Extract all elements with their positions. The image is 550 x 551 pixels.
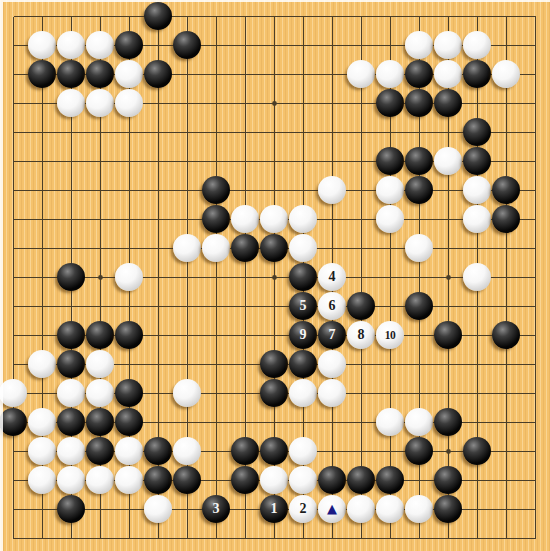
board-intersection[interactable]: 2 <box>289 495 318 524</box>
board-intersection[interactable] <box>202 2 231 31</box>
board-intersection[interactable] <box>318 31 347 60</box>
board-intersection[interactable] <box>260 437 289 466</box>
board-intersection[interactable] <box>260 263 289 292</box>
board-intersection[interactable] <box>28 379 57 408</box>
board-intersection[interactable]: 1 <box>260 495 289 524</box>
board-intersection[interactable]: 7 <box>318 321 347 350</box>
board-intersection[interactable] <box>289 205 318 234</box>
board-intersection[interactable] <box>144 205 173 234</box>
board-intersection[interactable] <box>231 292 260 321</box>
board-intersection[interactable] <box>463 118 492 147</box>
board-intersection[interactable] <box>115 60 144 89</box>
board-intersection[interactable] <box>521 2 550 31</box>
board-intersection[interactable] <box>434 495 463 524</box>
board-intersection[interactable]: ▲ <box>318 495 347 524</box>
board-intersection[interactable] <box>57 321 86 350</box>
board-intersection[interactable] <box>521 60 550 89</box>
board-intersection[interactable] <box>202 437 231 466</box>
board-intersection[interactable] <box>376 379 405 408</box>
board-intersection[interactable] <box>173 60 202 89</box>
board-intersection[interactable] <box>347 60 376 89</box>
board-intersection[interactable] <box>521 118 550 147</box>
board-intersection[interactable] <box>57 292 86 321</box>
board-intersection[interactable] <box>492 263 521 292</box>
board-intersection[interactable] <box>376 466 405 495</box>
board-intersection[interactable] <box>492 205 521 234</box>
board-intersection[interactable] <box>434 176 463 205</box>
board-intersection[interactable] <box>202 466 231 495</box>
board-intersection[interactable] <box>260 234 289 263</box>
board-intersection[interactable] <box>405 524 434 551</box>
board-intersection[interactable] <box>115 263 144 292</box>
board-intersection[interactable] <box>289 234 318 263</box>
board-intersection[interactable] <box>86 408 115 437</box>
board-intersection[interactable] <box>144 263 173 292</box>
board-intersection[interactable] <box>405 89 434 118</box>
board-intersection[interactable] <box>144 350 173 379</box>
board-intersection[interactable] <box>260 176 289 205</box>
board-intersection[interactable] <box>115 118 144 147</box>
board-intersection[interactable] <box>57 350 86 379</box>
board-intersection[interactable] <box>492 147 521 176</box>
board-intersection[interactable] <box>434 118 463 147</box>
board-intersection[interactable] <box>202 321 231 350</box>
board-intersection[interactable] <box>463 89 492 118</box>
board-intersection[interactable] <box>57 408 86 437</box>
board-intersection[interactable] <box>231 379 260 408</box>
board-intersection[interactable] <box>347 466 376 495</box>
board-intersection[interactable] <box>86 176 115 205</box>
board-intersection[interactable] <box>347 379 376 408</box>
board-intersection[interactable] <box>0 292 28 321</box>
board-intersection[interactable] <box>173 408 202 437</box>
board-intersection[interactable] <box>289 147 318 176</box>
board-intersection[interactable] <box>318 89 347 118</box>
board-intersection[interactable] <box>492 60 521 89</box>
board-intersection[interactable] <box>144 176 173 205</box>
board-intersection[interactable] <box>318 205 347 234</box>
board-intersection[interactable] <box>463 524 492 551</box>
board-intersection[interactable] <box>376 408 405 437</box>
board-intersection[interactable] <box>463 147 492 176</box>
board-intersection[interactable] <box>173 118 202 147</box>
board-intersection[interactable] <box>521 234 550 263</box>
board-intersection[interactable] <box>405 408 434 437</box>
board-intersection[interactable] <box>492 379 521 408</box>
board-intersection[interactable] <box>86 2 115 31</box>
board-intersection[interactable] <box>115 437 144 466</box>
board-intersection[interactable] <box>289 263 318 292</box>
board-intersection[interactable] <box>405 2 434 31</box>
board-intersection[interactable] <box>434 60 463 89</box>
board-intersection[interactable] <box>347 350 376 379</box>
board-intersection[interactable] <box>202 263 231 292</box>
board-intersection[interactable] <box>260 147 289 176</box>
board-intersection[interactable] <box>434 234 463 263</box>
board-intersection[interactable] <box>173 379 202 408</box>
board-intersection[interactable] <box>289 60 318 89</box>
board-intersection[interactable] <box>260 350 289 379</box>
board-intersection[interactable] <box>173 524 202 551</box>
board-intersection[interactable] <box>202 89 231 118</box>
board-intersection[interactable] <box>86 466 115 495</box>
board-intersection[interactable] <box>434 2 463 31</box>
board-intersection[interactable] <box>376 147 405 176</box>
board-intersection[interactable] <box>521 495 550 524</box>
board-intersection[interactable] <box>492 495 521 524</box>
board-intersection[interactable] <box>463 408 492 437</box>
board-intersection[interactable] <box>57 60 86 89</box>
board-intersection[interactable] <box>521 31 550 60</box>
board-intersection[interactable] <box>144 495 173 524</box>
board-intersection[interactable] <box>28 408 57 437</box>
board-intersection[interactable] <box>173 495 202 524</box>
board-intersection[interactable] <box>57 31 86 60</box>
board-intersection[interactable] <box>463 466 492 495</box>
board-intersection[interactable] <box>231 495 260 524</box>
board-intersection[interactable] <box>28 31 57 60</box>
board-intersection[interactable] <box>434 205 463 234</box>
board-intersection[interactable] <box>463 495 492 524</box>
board-intersection[interactable] <box>231 60 260 89</box>
board-intersection[interactable] <box>492 118 521 147</box>
board-intersection[interactable] <box>492 437 521 466</box>
board-intersection[interactable] <box>289 524 318 551</box>
board-intersection[interactable] <box>405 437 434 466</box>
board-intersection[interactable] <box>231 234 260 263</box>
board-intersection[interactable] <box>202 60 231 89</box>
board-intersection[interactable] <box>521 350 550 379</box>
board-intersection[interactable] <box>57 466 86 495</box>
board-intersection[interactable] <box>28 292 57 321</box>
board-intersection[interactable]: 10 <box>376 321 405 350</box>
board-intersection[interactable] <box>376 437 405 466</box>
board-intersection[interactable] <box>521 292 550 321</box>
board-intersection[interactable] <box>405 350 434 379</box>
board-intersection[interactable] <box>0 234 28 263</box>
board-intersection[interactable] <box>0 379 28 408</box>
board-intersection[interactable] <box>521 89 550 118</box>
board-intersection[interactable] <box>144 234 173 263</box>
board-intersection[interactable] <box>521 379 550 408</box>
board-intersection[interactable] <box>434 31 463 60</box>
board-intersection[interactable] <box>463 321 492 350</box>
board-intersection[interactable] <box>376 524 405 551</box>
board-intersection[interactable] <box>86 205 115 234</box>
board-intersection[interactable] <box>347 408 376 437</box>
board-intersection[interactable] <box>115 350 144 379</box>
board-intersection[interactable] <box>260 408 289 437</box>
board-intersection[interactable] <box>115 2 144 31</box>
board-intersection[interactable] <box>405 176 434 205</box>
board-intersection[interactable] <box>289 379 318 408</box>
board-intersection[interactable] <box>144 524 173 551</box>
board-intersection[interactable] <box>347 89 376 118</box>
board-intersection[interactable]: 3 <box>202 495 231 524</box>
board-intersection[interactable] <box>347 263 376 292</box>
board-intersection[interactable] <box>115 147 144 176</box>
board-intersection[interactable] <box>173 89 202 118</box>
board-intersection[interactable] <box>463 2 492 31</box>
board-intersection[interactable] <box>28 147 57 176</box>
board-intersection[interactable] <box>0 408 28 437</box>
board-intersection[interactable] <box>376 350 405 379</box>
board-intersection[interactable] <box>376 292 405 321</box>
board-intersection[interactable] <box>405 495 434 524</box>
board-intersection[interactable] <box>260 118 289 147</box>
board-intersection[interactable] <box>115 321 144 350</box>
board-intersection[interactable] <box>463 379 492 408</box>
board-intersection[interactable] <box>28 263 57 292</box>
board-intersection[interactable] <box>463 292 492 321</box>
board-intersection[interactable] <box>405 466 434 495</box>
board-intersection[interactable] <box>376 495 405 524</box>
board-intersection[interactable] <box>144 31 173 60</box>
board-intersection[interactable] <box>521 437 550 466</box>
board-intersection[interactable] <box>0 321 28 350</box>
board-intersection[interactable] <box>318 147 347 176</box>
board-intersection[interactable] <box>260 89 289 118</box>
board-intersection[interactable] <box>347 524 376 551</box>
board-intersection[interactable] <box>28 60 57 89</box>
board-intersection[interactable] <box>492 176 521 205</box>
board-intersection[interactable] <box>260 524 289 551</box>
board-intersection[interactable] <box>202 408 231 437</box>
board-intersection[interactable] <box>28 495 57 524</box>
board-intersection[interactable] <box>289 176 318 205</box>
board-intersection[interactable] <box>376 89 405 118</box>
board-intersection[interactable] <box>521 263 550 292</box>
board-intersection[interactable] <box>492 408 521 437</box>
board-intersection[interactable] <box>144 2 173 31</box>
board-intersection[interactable] <box>0 2 28 31</box>
board-intersection[interactable] <box>86 89 115 118</box>
board-intersection[interactable] <box>144 408 173 437</box>
board-intersection[interactable] <box>28 2 57 31</box>
board-intersection[interactable] <box>434 524 463 551</box>
board-intersection[interactable] <box>347 437 376 466</box>
board-intersection[interactable] <box>231 263 260 292</box>
board-intersection[interactable] <box>57 176 86 205</box>
board-intersection[interactable] <box>434 321 463 350</box>
board-intersection[interactable] <box>463 437 492 466</box>
board-intersection[interactable] <box>231 176 260 205</box>
board-intersection[interactable] <box>260 31 289 60</box>
board-intersection[interactable] <box>405 379 434 408</box>
board-intersection[interactable] <box>463 234 492 263</box>
board-intersection[interactable] <box>405 60 434 89</box>
board-intersection[interactable] <box>28 89 57 118</box>
board-intersection[interactable] <box>289 2 318 31</box>
board-intersection[interactable] <box>173 321 202 350</box>
board-intersection[interactable] <box>463 31 492 60</box>
board-intersection[interactable] <box>28 205 57 234</box>
board-intersection[interactable] <box>0 495 28 524</box>
board-intersection[interactable] <box>28 321 57 350</box>
board-intersection[interactable] <box>0 437 28 466</box>
board-intersection[interactable] <box>521 147 550 176</box>
board-intersection[interactable] <box>173 292 202 321</box>
board-intersection[interactable] <box>289 408 318 437</box>
board-intersection[interactable] <box>57 495 86 524</box>
board-intersection[interactable] <box>289 31 318 60</box>
board-intersection[interactable] <box>231 524 260 551</box>
board-intersection[interactable] <box>173 263 202 292</box>
board-intersection[interactable] <box>28 176 57 205</box>
board-intersection[interactable] <box>289 437 318 466</box>
board-intersection[interactable] <box>405 263 434 292</box>
board-intersection[interactable] <box>57 234 86 263</box>
board-intersection[interactable] <box>0 60 28 89</box>
board-intersection[interactable] <box>115 495 144 524</box>
board-intersection[interactable] <box>521 321 550 350</box>
board-intersection[interactable] <box>405 118 434 147</box>
board-intersection[interactable] <box>405 321 434 350</box>
board-intersection[interactable] <box>173 437 202 466</box>
board-intersection[interactable] <box>202 205 231 234</box>
board-intersection[interactable] <box>318 2 347 31</box>
board-intersection[interactable] <box>289 466 318 495</box>
board-intersection[interactable] <box>492 466 521 495</box>
board-intersection[interactable] <box>347 147 376 176</box>
board-intersection[interactable] <box>521 524 550 551</box>
board-intersection[interactable] <box>376 31 405 60</box>
board-intersection[interactable] <box>115 176 144 205</box>
board-intersection[interactable] <box>86 31 115 60</box>
board-intersection[interactable] <box>521 408 550 437</box>
board-intersection[interactable] <box>115 408 144 437</box>
board-intersection[interactable] <box>173 31 202 60</box>
board-intersection[interactable] <box>115 292 144 321</box>
board-intersection[interactable] <box>115 31 144 60</box>
board-intersection[interactable] <box>492 89 521 118</box>
board-intersection[interactable] <box>347 118 376 147</box>
board-intersection[interactable] <box>434 437 463 466</box>
board-intersection[interactable] <box>202 524 231 551</box>
board-intersection[interactable]: 5 <box>289 292 318 321</box>
board-intersection[interactable] <box>289 118 318 147</box>
board-intersection[interactable] <box>86 234 115 263</box>
board-intersection[interactable] <box>492 292 521 321</box>
board-intersection[interactable] <box>521 176 550 205</box>
board-intersection[interactable] <box>86 263 115 292</box>
board-intersection[interactable] <box>434 408 463 437</box>
board-intersection[interactable] <box>115 234 144 263</box>
board-intersection[interactable] <box>0 466 28 495</box>
board-intersection[interactable] <box>347 31 376 60</box>
board-intersection[interactable] <box>376 234 405 263</box>
board-intersection[interactable] <box>115 379 144 408</box>
board-intersection[interactable] <box>144 292 173 321</box>
board-intersection[interactable] <box>318 379 347 408</box>
board-intersection[interactable] <box>202 176 231 205</box>
board-intersection[interactable] <box>86 60 115 89</box>
board-intersection[interactable] <box>57 437 86 466</box>
board-intersection[interactable] <box>202 31 231 60</box>
board-intersection[interactable] <box>434 350 463 379</box>
board-intersection[interactable] <box>173 466 202 495</box>
board-intersection[interactable] <box>144 118 173 147</box>
board-intersection[interactable] <box>86 524 115 551</box>
board-intersection[interactable] <box>0 31 28 60</box>
board-intersection[interactable] <box>231 350 260 379</box>
board-intersection[interactable] <box>492 2 521 31</box>
board-intersection[interactable] <box>231 205 260 234</box>
board-intersection[interactable]: 6 <box>318 292 347 321</box>
board-intersection[interactable] <box>144 147 173 176</box>
board-intersection[interactable] <box>434 263 463 292</box>
board-intersection[interactable] <box>347 205 376 234</box>
board-intersection[interactable] <box>492 31 521 60</box>
board-intersection[interactable] <box>173 2 202 31</box>
board-intersection[interactable] <box>86 292 115 321</box>
board-intersection[interactable] <box>318 60 347 89</box>
board-intersection[interactable] <box>115 89 144 118</box>
board-intersection[interactable] <box>318 408 347 437</box>
board-intersection[interactable] <box>0 176 28 205</box>
board-intersection[interactable] <box>405 292 434 321</box>
board-intersection[interactable] <box>376 176 405 205</box>
board-intersection[interactable] <box>405 31 434 60</box>
board-intersection[interactable] <box>231 321 260 350</box>
board-intersection[interactable] <box>463 60 492 89</box>
board-intersection[interactable] <box>173 350 202 379</box>
board-intersection[interactable] <box>28 350 57 379</box>
board-intersection[interactable] <box>376 205 405 234</box>
board-intersection[interactable] <box>173 234 202 263</box>
board-intersection[interactable] <box>463 205 492 234</box>
board-intersection[interactable] <box>231 2 260 31</box>
board-intersection[interactable] <box>260 60 289 89</box>
board-intersection[interactable] <box>202 147 231 176</box>
board-intersection[interactable] <box>202 118 231 147</box>
board-intersection[interactable] <box>434 147 463 176</box>
board-intersection[interactable] <box>376 60 405 89</box>
board-intersection[interactable] <box>521 205 550 234</box>
board-intersection[interactable] <box>347 292 376 321</box>
board-intersection[interactable] <box>434 466 463 495</box>
board-intersection[interactable]: 4 <box>318 263 347 292</box>
board-intersection[interactable] <box>202 379 231 408</box>
board-intersection[interactable] <box>492 234 521 263</box>
board-intersection[interactable] <box>144 437 173 466</box>
board-intersection[interactable] <box>86 350 115 379</box>
board-intersection[interactable] <box>231 31 260 60</box>
board-intersection[interactable] <box>0 147 28 176</box>
board-intersection[interactable] <box>115 524 144 551</box>
board-intersection[interactable] <box>492 524 521 551</box>
board-intersection[interactable] <box>521 466 550 495</box>
board-intersection[interactable] <box>318 234 347 263</box>
board-intersection[interactable] <box>202 350 231 379</box>
board-intersection[interactable] <box>28 118 57 147</box>
board-intersection[interactable] <box>260 292 289 321</box>
board-intersection[interactable] <box>405 234 434 263</box>
board-intersection[interactable] <box>144 89 173 118</box>
board-intersection[interactable] <box>231 466 260 495</box>
board-intersection[interactable] <box>0 263 28 292</box>
board-intersection[interactable] <box>0 89 28 118</box>
board-intersection[interactable] <box>405 205 434 234</box>
board-intersection[interactable] <box>115 466 144 495</box>
board-intersection[interactable] <box>376 263 405 292</box>
board-intersection[interactable] <box>57 2 86 31</box>
board-intersection[interactable]: 8 <box>347 321 376 350</box>
board-intersection[interactable] <box>318 466 347 495</box>
board-intersection[interactable] <box>405 147 434 176</box>
board-intersection[interactable] <box>57 205 86 234</box>
board-intersection[interactable] <box>173 205 202 234</box>
